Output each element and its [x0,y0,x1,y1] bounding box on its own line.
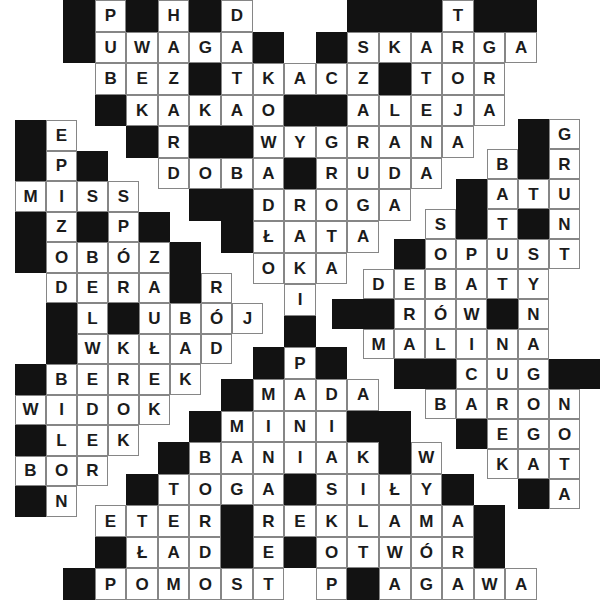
letter-cell-main-r0c7[interactable]: D [221,0,253,32]
black-cell-left-r6c3 [108,303,139,334]
letter-cell-right-r5c4[interactable]: A [456,269,487,299]
letter-cell-right-r11c6[interactable]: A [518,449,549,479]
letter-cell-left-r10c3[interactable]: K [108,425,139,456]
black-cell-main-r0c11 [347,0,379,32]
black-cell-left-r3c4 [139,212,170,243]
black-cell-right-r8c8 [580,359,600,389]
crossword-collage-board: PHDTUWAGASKARGABEZTKACZTORKAKAOALEJARWYG… [0,0,600,600]
letter-cell-left-r8c5[interactable]: K [170,364,201,395]
letter-cell-right-r6c6[interactable]: N [518,299,549,329]
black-cell-main-r16c15 [474,505,506,537]
letter-cell-main-r7c9[interactable]: A [284,221,316,253]
letter-cell-left-r11c2[interactable]: R [77,456,108,487]
letter-cell-main-r16c14[interactable]: A [442,505,474,537]
letter-cell-right-r4c7[interactable]: T [549,239,580,269]
letter-cell-left-r8c1[interactable]: B [46,364,77,395]
letter-cell-main-r0c3[interactable]: P [95,0,127,32]
letter-cell-left-r4c3[interactable]: Ó [108,242,139,273]
letter-cell-left-r8c3[interactable]: R [108,364,139,395]
black-cell-left-r1c2 [77,151,108,182]
black-cell-left-r5c5 [170,273,201,304]
letter-cell-right-r0c7[interactable]: G [549,119,580,149]
letter-cell-main-r1c4[interactable]: W [126,32,158,64]
black-cell-main-r17c7 [221,537,253,569]
letter-cell-main-r9c9[interactable]: I [284,284,316,316]
black-cell-right-r8c2 [394,359,425,389]
black-cell-left-r4c5 [170,242,201,273]
black-cell-right-r3c6 [518,209,549,239]
black-cell-left-r0c0 [15,120,46,151]
black-cell-left-r12c0 [15,486,46,517]
letter-cell-main-r18c5[interactable]: M [158,568,190,600]
black-cell-left-r3c2 [77,212,108,243]
letter-cell-right-r5c2[interactable]: E [394,269,425,299]
letter-cell-main-r1c13[interactable]: A [411,32,443,64]
letter-cell-main-r2c3[interactable]: B [95,63,127,95]
black-cell-main-r17c9 [284,537,316,569]
fragment-right: GBRATUSTNOPUSTDEBATYRÓWNMALINACUGBARONEG… [332,119,600,509]
letter-cell-left-r7c4[interactable]: Ł [139,334,170,365]
black-cell-main-r0c15 [474,0,506,32]
letter-cell-left-r6c7[interactable]: J [232,303,263,334]
black-cell-left-r8c0 [15,364,46,395]
letter-cell-left-r5c1[interactable]: D [46,273,77,304]
black-cell-main-r2c12 [379,63,411,95]
letter-cell-main-r18c8[interactable]: T [253,568,285,600]
black-cell-main-r0c2 [63,0,95,32]
letter-cell-right-r2c7[interactable]: U [549,179,580,209]
letter-cell-right-r7c4[interactable]: I [456,329,487,359]
letter-cell-main-r2c14[interactable]: O [442,63,474,95]
fragment-left: EPMISSZPOBÓZDERARLUBÓJWKŁADBEREKWIDOKLEK… [15,120,263,517]
letter-cell-main-r18c3[interactable]: P [95,568,127,600]
letter-cell-left-r3c1[interactable]: Z [46,212,77,243]
letter-cell-main-r17c5[interactable]: A [158,537,190,569]
black-cell-right-r10c4 [456,419,487,449]
letter-cell-left-r11c1[interactable]: O [46,456,77,487]
letter-cell-main-r1c3[interactable]: U [95,32,127,64]
letter-cell-main-r2c7[interactable]: T [221,63,253,95]
letter-cell-main-r17c4[interactable]: Ł [126,537,158,569]
letter-cell-left-r4c4[interactable]: Z [139,242,170,273]
black-cell-right-r8c3 [425,359,456,389]
black-cell-right-r1c6 [518,149,549,179]
black-cell-main-r17c15 [474,537,506,569]
letter-cell-right-r8c4[interactable]: C [456,359,487,389]
letter-cell-left-r3c3[interactable]: P [108,212,139,243]
letter-cell-main-r0c5[interactable]: H [158,0,190,32]
letter-cell-main-r18c7[interactable]: S [221,568,253,600]
letter-cell-right-r7c3[interactable]: L [425,329,456,359]
letter-cell-left-r7c2[interactable]: W [77,334,108,365]
black-cell-main-r18c2 [63,568,95,600]
letter-cell-main-r1c6[interactable]: G [189,32,221,64]
black-cell-left-r10c0 [15,425,46,456]
letter-cell-main-r2c4[interactable]: E [126,63,158,95]
letter-cell-main-r1c16[interactable]: A [505,32,537,64]
letter-cell-main-r16c12[interactable]: A [379,505,411,537]
letter-cell-main-r12c9[interactable]: A [284,379,316,411]
black-cell-main-r3c9 [284,95,316,127]
letter-cell-right-r10c6[interactable]: G [518,419,549,449]
letter-cell-right-r7c1[interactable]: M [363,329,394,359]
letter-cell-main-r16c11[interactable]: L [347,505,379,537]
letter-cell-right-r2c5[interactable]: A [487,179,518,209]
letter-cell-main-r1c5[interactable]: A [158,32,190,64]
letter-cell-right-r4c3[interactable]: O [425,239,456,269]
letter-cell-right-r8c5[interactable]: U [487,359,518,389]
letter-cell-left-r5c4[interactable]: A [139,273,170,304]
black-cell-right-r8c7 [549,359,580,389]
letter-cell-left-r9c4[interactable]: K [139,395,170,426]
letter-cell-main-r2c5[interactable]: Z [158,63,190,95]
letter-cell-left-r10c2[interactable]: E [77,425,108,456]
black-cell-right-r12c6 [518,479,549,509]
letter-cell-main-r18c4[interactable]: O [126,568,158,600]
letter-cell-main-r2c15[interactable]: R [474,63,506,95]
letter-cell-main-r17c11[interactable]: T [347,537,379,569]
black-cell-main-r5c9 [284,158,316,190]
letter-cell-left-r5c3[interactable]: R [108,273,139,304]
letter-cell-right-r8c6[interactable]: G [518,359,549,389]
letter-cell-main-r8c9[interactable]: K [284,253,316,285]
letter-cell-left-r6c4[interactable]: U [139,303,170,334]
black-cell-main-r0c4 [126,0,158,32]
letter-cell-right-r10c5[interactable]: E [487,419,518,449]
letter-cell-main-r6c9[interactable]: R [284,189,316,221]
letter-cell-main-r18c6[interactable]: O [189,568,221,600]
black-cell-main-r1c2 [63,32,95,64]
black-cell-main-r0c12 [379,0,411,32]
letter-cell-left-r2c2[interactable]: S [77,181,108,212]
letter-cell-main-r16c13[interactable]: M [411,505,443,537]
letter-cell-left-r9c1[interactable]: I [46,395,77,426]
letter-cell-right-r1c7[interactable]: R [549,149,580,179]
letter-cell-right-r12c7[interactable]: A [549,479,580,509]
letter-cell-left-r7c6[interactable]: D [201,334,232,365]
letter-cell-main-r0c14[interactable]: T [442,0,474,32]
letter-cell-main-r17c6[interactable]: D [189,537,221,569]
letter-cell-right-r6c3[interactable]: Ó [425,299,456,329]
letter-cell-left-r4c2[interactable]: B [77,242,108,273]
letter-cell-right-r6c2[interactable]: R [394,299,425,329]
letter-cell-left-r9c3[interactable]: O [108,395,139,426]
black-cell-right-r6c5 [487,299,518,329]
letter-cell-left-r8c4[interactable]: E [139,364,170,395]
letter-cell-main-r18c16[interactable]: A [505,568,537,600]
black-cell-main-r0c13 [411,0,443,32]
letter-cell-main-r16c9[interactable]: E [284,505,316,537]
black-cell-left-r6c1 [46,303,77,334]
letter-cell-right-r10c7[interactable]: O [549,419,580,449]
black-cell-main-r17c3 [95,537,127,569]
black-cell-main-r15c9 [284,474,316,506]
letter-cell-left-r2c1[interactable]: I [46,181,77,212]
letter-cell-left-r7c3[interactable]: K [108,334,139,365]
letter-cell-right-r9c3[interactable]: B [425,389,456,419]
letter-cell-main-r2c10[interactable]: C [316,63,348,95]
black-cell-main-r1c8 [253,32,285,64]
letter-cell-main-r11c9[interactable]: P [284,347,316,379]
letter-cell-right-r9c6[interactable]: O [518,389,549,419]
black-cell-right-r2c4 [456,179,487,209]
letter-cell-main-r17c10[interactable]: O [316,537,348,569]
letter-cell-left-r11c0[interactable]: B [15,456,46,487]
black-cell-right-r3c4 [456,209,487,239]
black-cell-right-r0c6 [518,119,549,149]
letter-cell-left-r6c6[interactable]: Ó [201,303,232,334]
letter-cell-right-r5c1[interactable]: D [363,269,394,299]
letter-cell-main-r2c9[interactable]: A [284,63,316,95]
black-cell-main-r0c6 [189,0,221,32]
letter-cell-main-r1c15[interactable]: G [474,32,506,64]
letter-cell-left-r6c2[interactable]: L [77,303,108,334]
letter-cell-right-r4c4[interactable]: P [456,239,487,269]
black-cell-left-r3c0 [15,212,46,243]
letter-cell-main-r18c15[interactable]: W [474,568,506,600]
letter-cell-right-r9c5[interactable]: R [487,389,518,419]
letter-cell-main-r14c9[interactable]: I [284,442,316,474]
black-cell-main-r2c6 [189,63,221,95]
letter-cell-right-r3c7[interactable]: N [549,209,580,239]
letter-cell-right-r4c5[interactable]: U [487,239,518,269]
black-cell-left-r4c0 [15,242,46,273]
letter-cell-right-r11c5[interactable]: K [487,449,518,479]
letter-cell-main-r1c14[interactable]: R [442,32,474,64]
letter-cell-main-r1c7[interactable]: A [221,32,253,64]
letter-cell-main-r1c12[interactable]: K [379,32,411,64]
letter-cell-main-r17c12[interactable]: W [379,537,411,569]
letter-cell-main-r2c13[interactable]: T [411,63,443,95]
letter-cell-main-r1c11[interactable]: S [347,32,379,64]
letter-cell-right-r11c7[interactable]: T [549,449,580,479]
letter-cell-left-r2c0[interactable]: M [15,181,46,212]
letter-cell-right-r5c6[interactable]: Y [518,269,549,299]
letter-cell-left-r6c5[interactable]: B [170,303,201,334]
letter-cell-right-r7c5[interactable]: N [487,329,518,359]
black-cell-main-r10c9 [284,316,316,348]
letter-cell-left-r5c2[interactable]: E [77,273,108,304]
letter-cell-left-r12c1[interactable]: N [46,486,77,517]
black-cell-right-r6c1 [363,299,394,329]
letter-cell-right-r5c5[interactable]: T [487,269,518,299]
letter-cell-main-r13c9[interactable]: N [284,411,316,443]
letter-cell-right-r3c3[interactable]: S [425,209,456,239]
black-cell-main-r1c10 [316,32,348,64]
letter-cell-left-r10c1[interactable]: L [46,425,77,456]
letter-cell-left-r7c5[interactable]: A [170,334,201,365]
letter-cell-right-r9c7[interactable]: N [549,389,580,419]
letter-cell-main-r17c13[interactable]: Ó [411,537,443,569]
letter-cell-left-r5c6[interactable]: R [201,273,232,304]
letter-cell-left-r2c3[interactable]: S [108,181,139,212]
letter-cell-main-r2c8[interactable]: K [253,63,285,95]
letter-cell-main-r2c11[interactable]: Z [347,63,379,95]
letter-cell-main-r18c14[interactable]: A [442,568,474,600]
black-cell-main-r18c11 [347,568,379,600]
black-cell-left-r1c0 [15,151,46,182]
letter-cell-right-r2c6[interactable]: T [518,179,549,209]
letter-cell-left-r0c1[interactable]: E [46,120,77,151]
letter-cell-right-r4c6[interactable]: S [518,239,549,269]
black-cell-right-r4c2 [394,239,425,269]
letter-cell-main-r18c13[interactable]: G [411,568,443,600]
letter-cell-right-r5c3[interactable]: B [425,269,456,299]
letter-cell-right-r1c5[interactable]: B [487,149,518,179]
black-cell-main-r0c16 [505,0,537,32]
letter-cell-left-r4c1[interactable]: O [46,242,77,273]
black-cell-right-r6c0 [332,299,363,329]
letter-cell-right-r3c5[interactable]: T [487,209,518,239]
letter-cell-left-r8c2[interactable]: E [77,364,108,395]
letter-cell-left-r1c1[interactable]: P [46,151,77,182]
letter-cell-left-r9c0[interactable]: W [15,395,46,426]
letter-cell-right-r9c4[interactable]: A [456,389,487,419]
letter-cell-right-r7c6[interactable]: A [518,329,549,359]
letter-cell-main-r17c8[interactable]: E [253,537,285,569]
letter-cell-left-r9c2[interactable]: D [77,395,108,426]
letter-cell-main-r18c12[interactable]: A [379,568,411,600]
letter-cell-main-r16c10[interactable]: K [316,505,348,537]
letter-cell-right-r6c4[interactable]: W [456,299,487,329]
black-cell-left-r7c1 [46,334,77,365]
letter-cell-main-r17c14[interactable]: R [442,537,474,569]
letter-cell-right-r7c2[interactable]: A [394,329,425,359]
letter-cell-main-r4c9[interactable]: Y [284,126,316,158]
letter-cell-main-r18c10[interactable]: P [316,568,348,600]
